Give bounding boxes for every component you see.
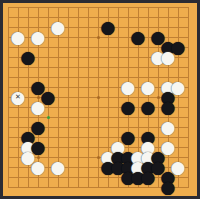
white-stone-glyph: ● [31,32,46,42]
black-stone-glyph: ● [141,172,156,182]
white-stone-glyph: ● [121,82,136,92]
black-stone[interactable]: ● [163,182,173,192]
white-stone[interactable]: ● [53,162,63,172]
white-stone-glyph: ● [51,22,66,32]
black-stone-glyph: ● [101,22,116,32]
marked-white-stone[interactable]: ●✕ [13,92,23,102]
white-stone-glyph: ● [161,52,176,62]
white-stone-glyph: ● [161,122,176,132]
white-stone-glyph: ● [51,162,66,172]
black-stone[interactable]: ● [103,22,113,32]
white-stone[interactable]: ● [163,122,173,132]
x-mark-icon: ✕ [13,92,23,102]
black-stone-glyph: ● [121,102,136,112]
white-stone[interactable]: ● [33,162,43,172]
black-stone-glyph: ● [161,102,176,112]
white-stone[interactable]: ● [13,32,23,42]
go-board: ●●●●●●●●●●●●●●●●●✕●●●●●●●●●●●●●●●●●●●●●●… [0,0,200,199]
black-stone[interactable]: ● [23,52,33,62]
black-stone-glyph: ● [161,182,176,192]
white-stone[interactable]: ● [53,22,63,32]
white-stone-glyph: ● [11,32,26,42]
black-stone-glyph: ● [21,52,36,62]
black-stone[interactable]: ● [123,102,133,112]
white-stone[interactable]: ● [143,82,153,92]
board-intersections[interactable]: ●●●●●●●●●●●●●●●●●✕●●●●●●●●●●●●●●●●●●●●●●… [3,2,193,192]
black-stone-glyph: ● [141,102,156,112]
white-stone[interactable]: ● [163,52,173,62]
white-stone[interactable]: ● [33,102,43,112]
black-stone[interactable]: ● [133,32,143,42]
black-stone-glyph: ● [131,32,146,42]
black-stone[interactable]: ● [143,102,153,112]
white-stone-glyph: ● [31,102,46,112]
white-stone[interactable]: ● [123,82,133,92]
white-stone-glyph: ● [31,162,46,172]
black-stone[interactable]: ● [163,102,173,112]
white-stone-glyph: ● [141,82,156,92]
black-stone[interactable]: ● [143,172,153,182]
white-stone[interactable]: ● [33,32,43,42]
